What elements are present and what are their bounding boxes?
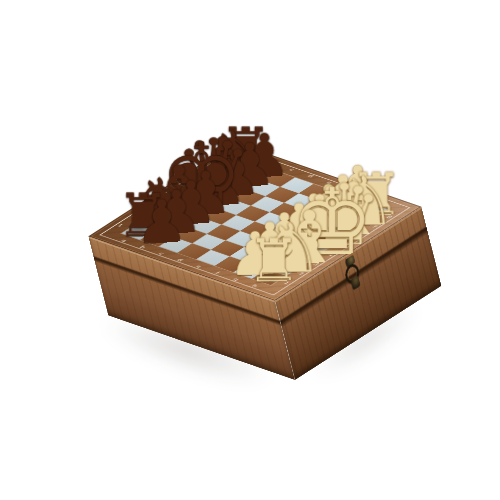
clasp-base-plate — [351, 275, 361, 290]
chess-box: aa88bb77cc66dd55ee44ff33gg22hh11♜♟♟♜♞♟♟♞… — [108, 221, 441, 380]
perspective-wrapper: aa88bb77cc66dd55ee44ff33gg22hh11♜♟♟♜♞♟♟♞… — [0, 0, 500, 500]
product-photo-canvas: aa88bb77cc66dd55ee44ff33gg22hh11♜♟♟♜♞♟♟♞… — [0, 0, 500, 500]
